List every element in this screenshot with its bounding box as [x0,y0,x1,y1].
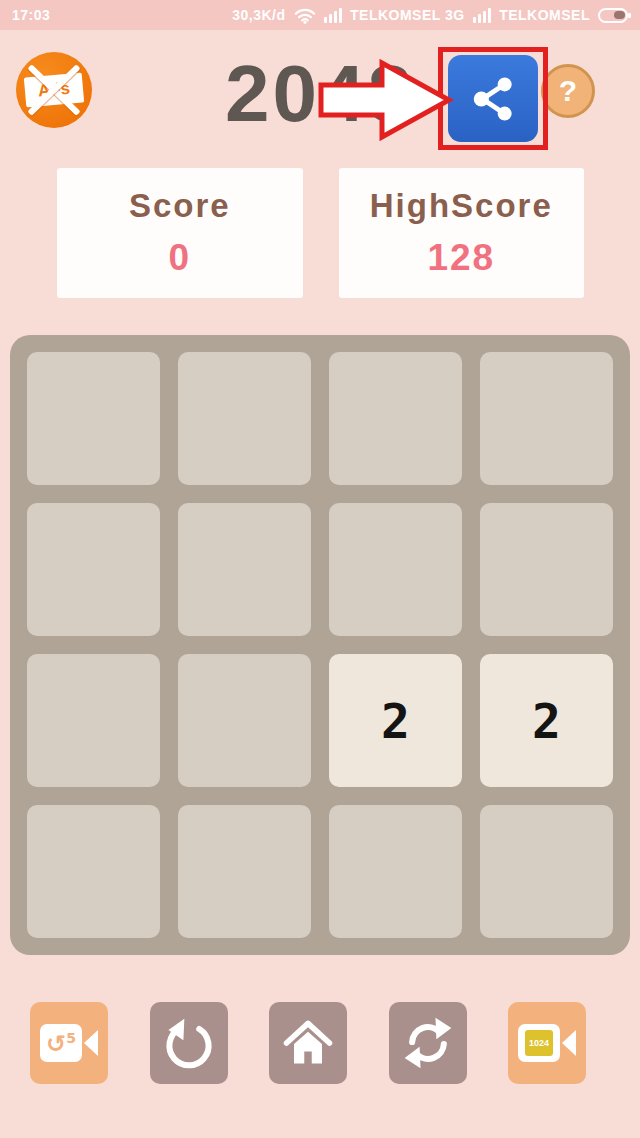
score-label: Score [129,187,231,225]
highscore-value: 128 [427,237,495,279]
empty-cell [178,654,311,787]
refresh-icon [400,1015,456,1071]
header: 2048 Ads ? [0,30,640,160]
empty-cell [329,352,462,485]
share-icon [465,71,521,127]
empty-cell [480,503,613,636]
help-label: ? [559,74,577,108]
empty-cell [480,805,613,938]
tile-2: 2 [329,654,462,787]
undo-icon [161,1015,217,1071]
restart-button[interactable] [389,1002,467,1084]
status-indicators: 30,3K/d TELKOMSEL 3G TELKOMSEL [232,7,628,24]
empty-cell [27,352,160,485]
empty-cell [178,503,311,636]
game-board[interactable]: 22 [10,335,630,955]
clock: 17:03 [12,7,50,23]
empty-cell [27,805,160,938]
highscore-box: HighScore 128 [339,168,585,298]
score-box: Score 0 [57,168,303,298]
carrier-sim1: TELKOMSEL 3G [350,7,465,23]
empty-cell [27,654,160,787]
signal-bars-sim2 [473,8,492,23]
video-camera-undo-icon: ↺5 [40,1024,98,1062]
empty-cell [329,503,462,636]
undo-button[interactable] [150,1002,228,1084]
empty-cell [329,805,462,938]
reward-1024-badge: 1024 [525,1030,553,1056]
empty-cell [178,352,311,485]
carrier-sim2: TELKOMSEL [499,7,590,23]
undo-5-badge: ↺5 [46,1031,76,1056]
tile-2: 2 [480,654,613,787]
wifi-icon [294,7,316,24]
remove-ads-button[interactable]: Ads [16,52,92,128]
help-button[interactable]: ? [541,64,595,118]
share-button[interactable] [448,55,538,142]
video-camera-icon: 1024 [518,1024,576,1062]
share-highlight-box [438,47,548,150]
data-rate: 30,3K/d [232,7,285,23]
toolbar: ↺5 1024 [30,1002,586,1084]
empty-cell [178,805,311,938]
video-1024-button[interactable]: 1024 [508,1002,586,1084]
status-bar: 17:03 30,3K/d TELKOMSEL 3G TELKOMSEL [0,0,640,30]
tutorial-arrow-icon [318,58,454,142]
empty-cell [27,503,160,636]
battery-icon [598,8,628,23]
score-value: 0 [168,237,191,279]
undo-5-video-button[interactable]: ↺5 [30,1002,108,1084]
empty-cell [480,352,613,485]
score-panel: Score 0 HighScore 128 [57,168,584,298]
highscore-label: HighScore [370,187,553,225]
home-icon [280,1015,336,1071]
home-button[interactable] [269,1002,347,1084]
signal-bars-sim1 [324,8,343,23]
